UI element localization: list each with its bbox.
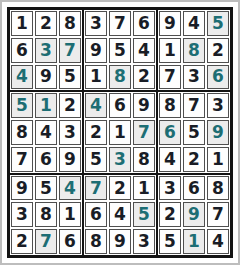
sudoku-cell-r5c3[interactable]: 3 [59,120,81,145]
sudoku-cell-r2c3[interactable]: 7 [59,38,81,63]
sudoku-cell-r3c2[interactable]: 9 [35,65,57,90]
sudoku-cell-r9c6[interactable]: 3 [133,229,155,254]
sudoku-cell-r9c4[interactable]: 8 [85,229,107,254]
sudoku-cell-r5c9[interactable]: 9 [207,120,229,145]
sudoku-cell-r2c8[interactable]: 8 [183,38,205,63]
sudoku-box-9: 368297514 [158,175,230,255]
sudoku-cell-r2c1[interactable]: 6 [11,38,33,63]
sudoku-cell-r7c2[interactable]: 5 [35,176,57,201]
sudoku-cell-r6c8[interactable]: 2 [183,147,205,172]
sudoku-cell-r2c9[interactable]: 2 [207,38,229,63]
sudoku-cell-r2c4[interactable]: 9 [85,38,107,63]
sudoku-cell-r2c6[interactable]: 4 [133,38,155,63]
sudoku-cell-r1c1[interactable]: 1 [11,11,33,36]
sudoku-cell-r8c3[interactable]: 1 [59,202,81,227]
sudoku-cell-r3c8[interactable]: 3 [183,65,205,90]
sudoku-cell-r6c2[interactable]: 6 [35,147,57,172]
sudoku-cell-r5c7[interactable]: 6 [159,120,181,145]
sudoku-cell-r6c9[interactable]: 1 [207,147,229,172]
sudoku-box-6: 873659421 [158,92,230,172]
sudoku-cell-r1c3[interactable]: 8 [59,11,81,36]
sudoku-cell-r3c5[interactable]: 8 [109,65,131,90]
sudoku-cell-r3c9[interactable]: 6 [207,65,229,90]
sudoku-cell-r7c8[interactable]: 6 [183,176,205,201]
sudoku-cell-r7c9[interactable]: 8 [207,176,229,201]
sudoku-cell-r9c5[interactable]: 9 [109,229,131,254]
sudoku-box-3: 945182736 [158,10,230,90]
sudoku-cell-r8c2[interactable]: 8 [35,202,57,227]
sudoku-box-8: 721645893 [84,175,156,255]
sudoku-cell-r7c1[interactable]: 9 [11,176,33,201]
sudoku-cell-r9c8[interactable]: 1 [183,229,205,254]
sudoku-cell-r3c7[interactable]: 7 [159,65,181,90]
sudoku-cell-r5c5[interactable]: 1 [109,120,131,145]
sudoku-cell-r6c7[interactable]: 4 [159,147,181,172]
sudoku-cell-r1c8[interactable]: 4 [183,11,205,36]
sudoku-cell-r9c7[interactable]: 5 [159,229,181,254]
sudoku-cell-r1c6[interactable]: 6 [133,11,155,36]
sudoku-cell-r4c5[interactable]: 6 [109,93,131,118]
sudoku-cell-r5c6[interactable]: 7 [133,120,155,145]
sudoku-cell-r9c2[interactable]: 7 [35,229,57,254]
sudoku-cell-r4c4[interactable]: 4 [85,93,107,118]
sudoku-cell-r3c1[interactable]: 4 [11,65,33,90]
sudoku-cell-r2c7[interactable]: 1 [159,38,181,63]
sudoku-cell-r3c3[interactable]: 5 [59,65,81,90]
sudoku-cell-r9c3[interactable]: 6 [59,229,81,254]
sudoku-box-4: 512843769 [10,92,82,172]
sudoku-cell-r1c5[interactable]: 7 [109,11,131,36]
sudoku-cell-r3c6[interactable]: 2 [133,65,155,90]
sudoku-cell-r2c5[interactable]: 5 [109,38,131,63]
sudoku-cell-r2c2[interactable]: 3 [35,38,57,63]
sudoku-cell-r4c1[interactable]: 5 [11,93,33,118]
sudoku-cell-r6c4[interactable]: 5 [85,147,107,172]
sudoku-cell-r8c9[interactable]: 7 [207,202,229,227]
sudoku-cell-r5c2[interactable]: 4 [35,120,57,145]
sudoku-cell-r6c6[interactable]: 8 [133,147,155,172]
sudoku-cell-r8c1[interactable]: 3 [11,202,33,227]
sudoku-cell-r8c6[interactable]: 5 [133,202,155,227]
sudoku-cell-r7c3[interactable]: 4 [59,176,81,201]
sudoku-box-7: 954381276 [10,175,82,255]
sudoku-cell-r4c7[interactable]: 8 [159,93,181,118]
sudoku-cell-r4c9[interactable]: 3 [207,93,229,118]
sudoku-cell-r8c4[interactable]: 6 [85,202,107,227]
sudoku-cell-r6c1[interactable]: 7 [11,147,33,172]
sudoku-cell-r8c8[interactable]: 9 [183,202,205,227]
sudoku-cell-r6c5[interactable]: 3 [109,147,131,172]
sudoku-box-1: 128637495 [10,10,82,90]
sudoku-cell-r8c5[interactable]: 4 [109,202,131,227]
sudoku-board: 1286374953769541829451827365128437694692… [7,7,233,258]
sudoku-cell-r4c6[interactable]: 9 [133,93,155,118]
sudoku-cell-r1c7[interactable]: 9 [159,11,181,36]
sudoku-cell-r8c7[interactable]: 2 [159,202,181,227]
sudoku-cell-r7c7[interactable]: 3 [159,176,181,201]
sudoku-cell-r7c4[interactable]: 7 [85,176,107,201]
sudoku-cell-r1c2[interactable]: 2 [35,11,57,36]
sudoku-cell-r4c2[interactable]: 1 [35,93,57,118]
sudoku-cell-r5c4[interactable]: 2 [85,120,107,145]
sudoku-cell-r4c8[interactable]: 7 [183,93,205,118]
sudoku-cell-r3c4[interactable]: 1 [85,65,107,90]
sudoku-cell-r5c1[interactable]: 8 [11,120,33,145]
sudoku-cell-r7c5[interactable]: 2 [109,176,131,201]
sudoku-box-5: 469217538 [84,92,156,172]
sudoku-cell-r7c6[interactable]: 1 [133,176,155,201]
sudoku-cell-r6c3[interactable]: 9 [59,147,81,172]
sudoku-cell-r5c8[interactable]: 5 [183,120,205,145]
sudoku-cell-r4c3[interactable]: 2 [59,93,81,118]
sudoku-cell-r9c1[interactable]: 2 [11,229,33,254]
sudoku-cell-r1c4[interactable]: 3 [85,11,107,36]
sudoku-box-2: 376954182 [84,10,156,90]
sudoku-cell-r9c9[interactable]: 4 [207,229,229,254]
sudoku-cell-r1c9[interactable]: 5 [207,11,229,36]
sudoku-app: 1286374953769541829451827365128437694692… [0,0,240,265]
